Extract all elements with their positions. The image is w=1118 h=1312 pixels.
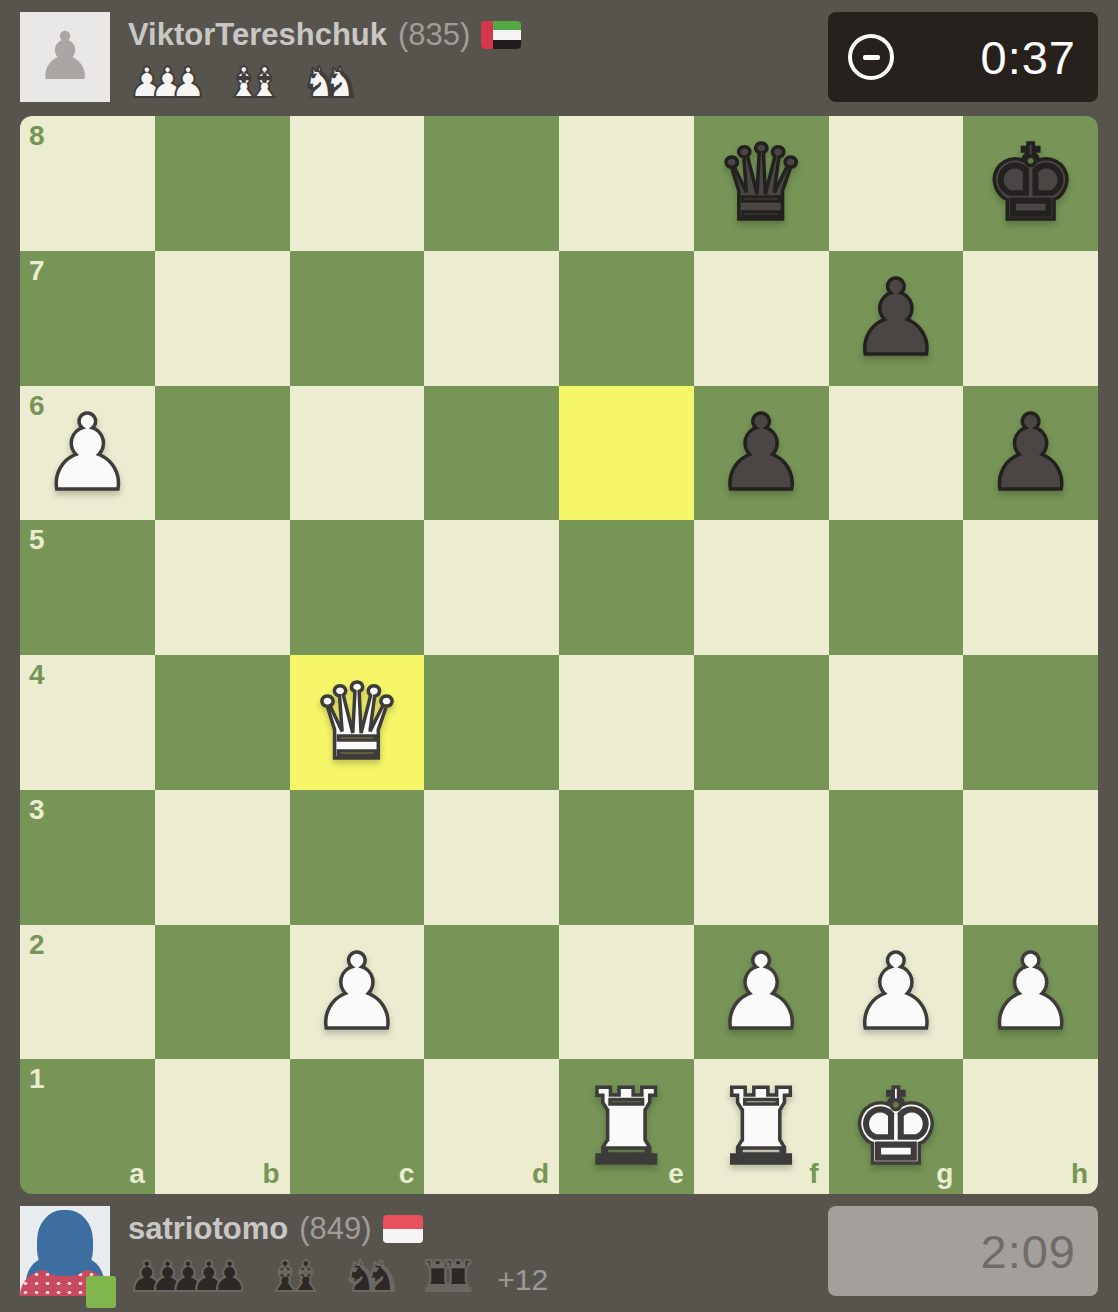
square-d5[interactable]: [424, 520, 559, 655]
captured-black-bishop-icon: ♝: [287, 1254, 325, 1300]
square-d8[interactable]: [424, 116, 559, 251]
square-e2[interactable]: [559, 925, 694, 1060]
file-label-h: h: [1071, 1160, 1088, 1188]
black-pawn-piece[interactable]: ♟: [715, 401, 808, 505]
square-f1[interactable]: f♜: [694, 1059, 829, 1194]
square-h5[interactable]: [963, 520, 1098, 655]
captured-white-pawn-group: ♟♟♟: [128, 60, 207, 106]
square-g1[interactable]: g♚: [829, 1059, 964, 1194]
captured-black-knight-icon: ♞: [363, 1254, 401, 1300]
square-h1[interactable]: h: [963, 1059, 1098, 1194]
square-d6[interactable]: [424, 386, 559, 521]
bottom-player-clock: 2:09: [828, 1206, 1098, 1296]
top-player-info: ViktorTereshchuk (835) ♟♟♟♝♝♞♞: [128, 12, 521, 106]
black-king-piece[interactable]: ♚: [984, 131, 1077, 235]
captured-black-knight-group: ♞♞: [343, 1254, 401, 1300]
file-label-f: f: [809, 1160, 818, 1188]
square-h2[interactable]: ♟: [963, 925, 1098, 1060]
bottom-player-rating: (849): [299, 1211, 371, 1247]
rank-label-4: 4: [29, 661, 45, 689]
rank-label-1: 1: [29, 1065, 45, 1093]
square-e4[interactable]: [559, 655, 694, 790]
file-label-b: b: [262, 1160, 279, 1188]
square-b8[interactable]: [155, 116, 290, 251]
bottom-player-name[interactable]: satriotomo: [128, 1211, 288, 1247]
square-f5[interactable]: [694, 520, 829, 655]
white-rook-piece[interactable]: ♜: [580, 1075, 673, 1179]
square-a1[interactable]: 1a: [20, 1059, 155, 1194]
square-e1[interactable]: e♜: [559, 1059, 694, 1194]
square-c8[interactable]: [290, 116, 425, 251]
square-g6[interactable]: [829, 386, 964, 521]
square-h8[interactable]: ♚: [963, 116, 1098, 251]
white-pawn-piece[interactable]: ♟: [310, 940, 403, 1044]
white-king-piece[interactable]: ♚: [849, 1075, 942, 1179]
top-player-rating: (835): [398, 17, 470, 53]
bottom-captured-pieces: ♟♟♟♟♟♝♝♞♞♜♜ +12: [128, 1254, 548, 1300]
bottom-player-info: satriotomo (849) ♟♟♟♟♟♝♝♞♞♜♜ +12: [128, 1206, 548, 1300]
pawn-avatar-icon: ♟: [35, 24, 94, 90]
square-a5[interactable]: 5: [20, 520, 155, 655]
material-advantage: +12: [497, 1260, 548, 1300]
captured-black-pawn-group: ♟♟♟♟♟: [128, 1254, 248, 1300]
square-f3[interactable]: [694, 790, 829, 925]
avatar-head-silhouette: [37, 1210, 93, 1276]
top-player-clock: 0:37: [828, 12, 1098, 102]
square-d4[interactable]: [424, 655, 559, 790]
square-c1[interactable]: c: [290, 1059, 425, 1194]
captured-white-knight-icon: ♞: [322, 60, 360, 106]
top-player-name[interactable]: ViktorTereshchuk: [128, 17, 387, 53]
rank-label-2: 2: [29, 931, 45, 959]
square-a6[interactable]: 6♟: [20, 386, 155, 521]
square-c5[interactable]: [290, 520, 425, 655]
square-c4[interactable]: ♛: [290, 655, 425, 790]
white-pawn-piece[interactable]: ♟: [849, 940, 942, 1044]
white-rook-piece[interactable]: ♜: [715, 1075, 808, 1179]
bottom-player-bar: satriotomo (849) ♟♟♟♟♟♝♝♞♞♜♜ +12 2:09: [20, 1206, 1098, 1298]
captured-black-rook-group: ♜♜: [419, 1254, 477, 1300]
square-b2[interactable]: [155, 925, 290, 1060]
captured-black-bishop-group: ♝♝: [266, 1254, 324, 1300]
square-c2[interactable]: ♟: [290, 925, 425, 1060]
square-b6[interactable]: [155, 386, 290, 521]
top-clock-time: 0:37: [981, 30, 1076, 85]
rank-label-8: 8: [29, 122, 45, 150]
file-label-d: d: [532, 1160, 549, 1188]
file-label-c: c: [399, 1160, 415, 1188]
indonesia-flag-icon: [383, 1215, 423, 1243]
square-a3[interactable]: 3: [20, 790, 155, 925]
minus-circle-icon: [848, 34, 894, 80]
square-f8[interactable]: ♛: [694, 116, 829, 251]
white-pawn-piece[interactable]: ♟: [715, 940, 808, 1044]
square-a2[interactable]: 2: [20, 925, 155, 1060]
white-pawn-piece[interactable]: ♟: [984, 940, 1077, 1044]
chess-board[interactable]: 8♛♚7♟6♟♟♟54♛32♟♟♟♟1abcde♜f♜g♚h: [20, 116, 1098, 1194]
captured-white-bishop-icon: ♝: [246, 60, 284, 106]
square-a7[interactable]: 7: [20, 251, 155, 386]
square-a8[interactable]: 8: [20, 116, 155, 251]
square-e3[interactable]: [559, 790, 694, 925]
square-e7[interactable]: [559, 251, 694, 386]
black-queen-piece[interactable]: ♛: [715, 131, 808, 235]
square-h6[interactable]: ♟: [963, 386, 1098, 521]
square-b7[interactable]: [155, 251, 290, 386]
uae-flag-icon: [481, 21, 521, 49]
rank-label-3: 3: [29, 796, 45, 824]
square-f4[interactable]: [694, 655, 829, 790]
black-pawn-piece[interactable]: ♟: [849, 266, 942, 370]
square-b5[interactable]: [155, 520, 290, 655]
square-f7[interactable]: [694, 251, 829, 386]
square-d7[interactable]: [424, 251, 559, 386]
square-f2[interactable]: ♟: [694, 925, 829, 1060]
captured-white-knight-group: ♞♞: [301, 60, 359, 106]
square-g3[interactable]: [829, 790, 964, 925]
square-e5[interactable]: [559, 520, 694, 655]
white-pawn-piece[interactable]: ♟: [41, 401, 134, 505]
captured-white-bishop-group: ♝♝: [225, 60, 283, 106]
square-g8[interactable]: [829, 116, 964, 251]
online-status-badge: [86, 1276, 116, 1308]
square-e8[interactable]: [559, 116, 694, 251]
square-c6[interactable]: [290, 386, 425, 521]
square-d3[interactable]: [424, 790, 559, 925]
square-a4[interactable]: 4: [20, 655, 155, 790]
rank-label-7: 7: [29, 257, 45, 285]
square-d2[interactable]: [424, 925, 559, 1060]
captured-white-pawn-icon: ♟: [169, 60, 207, 106]
file-label-a: a: [129, 1160, 145, 1188]
square-b1[interactable]: b: [155, 1059, 290, 1194]
square-b3[interactable]: [155, 790, 290, 925]
bottom-clock-time: 2:09: [981, 1224, 1076, 1279]
bottom-player-avatar[interactable]: [20, 1206, 110, 1296]
square-g2[interactable]: ♟: [829, 925, 964, 1060]
square-h3[interactable]: [963, 790, 1098, 925]
square-f6[interactable]: ♟: [694, 386, 829, 521]
square-g4[interactable]: [829, 655, 964, 790]
square-g5[interactable]: [829, 520, 964, 655]
square-e6[interactable]: [559, 386, 694, 521]
square-c3[interactable]: [290, 790, 425, 925]
square-c7[interactable]: [290, 251, 425, 386]
black-pawn-piece[interactable]: ♟: [984, 401, 1077, 505]
square-b4[interactable]: [155, 655, 290, 790]
rank-label-5: 5: [29, 526, 45, 554]
top-captured-pieces: ♟♟♟♝♝♞♞: [128, 60, 521, 106]
avatar-image: ♟: [20, 12, 110, 102]
top-player-bar: ♟ ViktorTereshchuk (835) ♟♟♟♝♝♞♞ 0:37: [20, 12, 1098, 104]
square-g7[interactable]: ♟: [829, 251, 964, 386]
captured-black-rook-icon: ♜: [440, 1254, 478, 1300]
square-h4[interactable]: [963, 655, 1098, 790]
square-h7[interactable]: [963, 251, 1098, 386]
captured-black-pawn-icon: ♟: [211, 1254, 249, 1300]
white-queen-piece[interactable]: ♛: [310, 670, 403, 774]
square-d1[interactable]: d: [424, 1059, 559, 1194]
top-player-avatar[interactable]: ♟: [20, 12, 110, 102]
